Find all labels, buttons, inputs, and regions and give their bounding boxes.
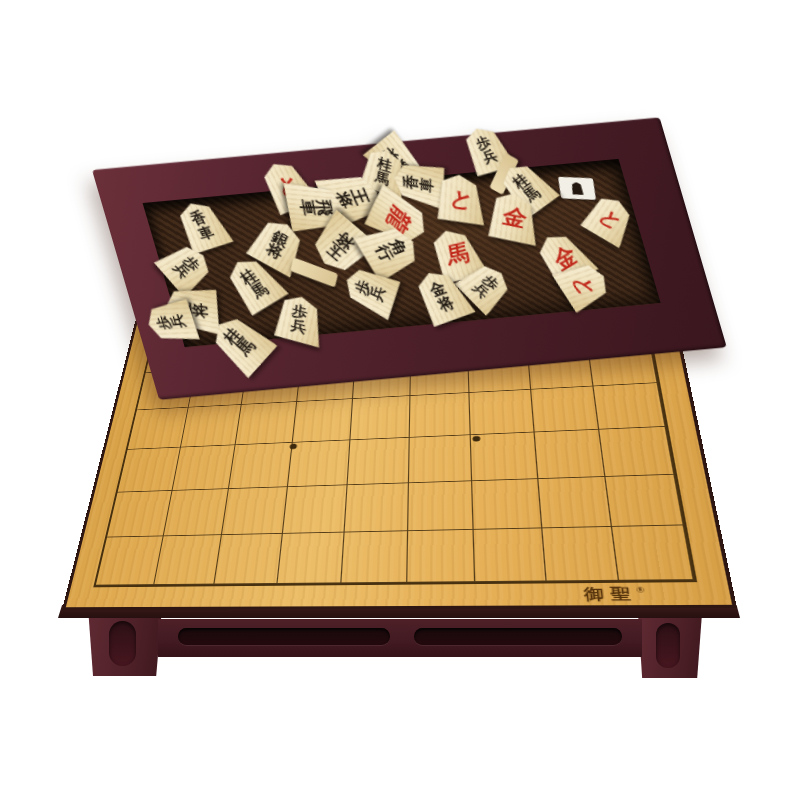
- apron-slot: [178, 628, 390, 645]
- piece-char: と: [569, 272, 599, 299]
- board-cell[interactable]: [229, 443, 292, 489]
- board-cell[interactable]: [118, 448, 181, 493]
- leg-right: [636, 614, 704, 678]
- piece-char: 将: [192, 302, 209, 319]
- board-cell[interactable]: [410, 393, 471, 438]
- brand-text: 御聖: [583, 586, 638, 603]
- board-cell[interactable]: [471, 433, 538, 481]
- piece-char: 馬: [236, 338, 259, 360]
- piece-char: 馬: [441, 242, 472, 268]
- board-cell[interactable]: [347, 438, 409, 485]
- apron-slot: [414, 628, 622, 645]
- piece-char: 車: [196, 224, 216, 242]
- board-cell[interactable]: [128, 408, 189, 450]
- piece-char: 馬: [248, 280, 270, 300]
- shogi-set-photo: { "game": "shogi", "position": "9/9/9/9/…: [0, 0, 800, 800]
- shogi-piece[interactable]: と: [436, 171, 484, 225]
- leg-left: [86, 612, 164, 676]
- board-cell[interactable]: [341, 531, 408, 583]
- board-cell[interactable]: [538, 477, 612, 529]
- board-cell[interactable]: [470, 390, 534, 436]
- board-cell[interactable]: [534, 430, 605, 479]
- board-cell[interactable]: [283, 485, 348, 534]
- piece-char: 将: [435, 294, 457, 313]
- board-cell[interactable]: [173, 445, 236, 490]
- board-cell[interactable]: [236, 402, 297, 445]
- piece-char: 車: [419, 177, 434, 194]
- leg-slot: [656, 623, 679, 668]
- board-cell[interactable]: [605, 474, 684, 526]
- board-cell[interactable]: [474, 528, 546, 582]
- board-cell[interactable]: [96, 536, 164, 585]
- board-cell[interactable]: [107, 490, 173, 537]
- board-cell[interactable]: [277, 532, 344, 584]
- board-cell[interactable]: [599, 427, 675, 476]
- board-cell[interactable]: [408, 481, 474, 531]
- board-cell[interactable]: [292, 399, 353, 443]
- board-cell[interactable]: [215, 534, 283, 585]
- board-cell[interactable]: [407, 530, 475, 583]
- piece-char: 兵: [369, 284, 388, 303]
- piece-char: 金: [501, 204, 525, 230]
- board-cell[interactable]: [473, 479, 542, 530]
- piece-char: 車: [297, 199, 317, 216]
- board-cell[interactable]: [344, 483, 409, 532]
- shogi-piece[interactable]: 金: [488, 188, 537, 246]
- board-signature: 御聖®: [583, 585, 646, 605]
- board-cell[interactable]: [164, 489, 229, 536]
- board-cell[interactable]: [181, 405, 242, 448]
- board-cell[interactable]: [222, 487, 287, 535]
- board-cell[interactable]: [350, 396, 410, 440]
- board-cell[interactable]: [288, 440, 351, 486]
- shogi-piece[interactable]: 歩兵: [274, 291, 324, 348]
- board-cell[interactable]: [593, 383, 666, 430]
- board-cell[interactable]: [542, 527, 619, 582]
- piece-char: 兵: [169, 313, 187, 328]
- board-cell[interactable]: [409, 435, 472, 482]
- base-apron: [158, 619, 642, 657]
- board-cell[interactable]: [531, 386, 599, 432]
- board-cell[interactable]: [612, 525, 694, 581]
- piece-char: と: [448, 186, 472, 210]
- shogi-piece[interactable]: と: [580, 189, 638, 248]
- board-cell[interactable]: [154, 535, 222, 585]
- piece-char: 兵: [480, 148, 499, 165]
- piece-char: と: [595, 205, 623, 233]
- piece-char: 兵: [290, 317, 307, 335]
- registered-mark: ®: [636, 586, 645, 595]
- leg-slot: [109, 621, 136, 666]
